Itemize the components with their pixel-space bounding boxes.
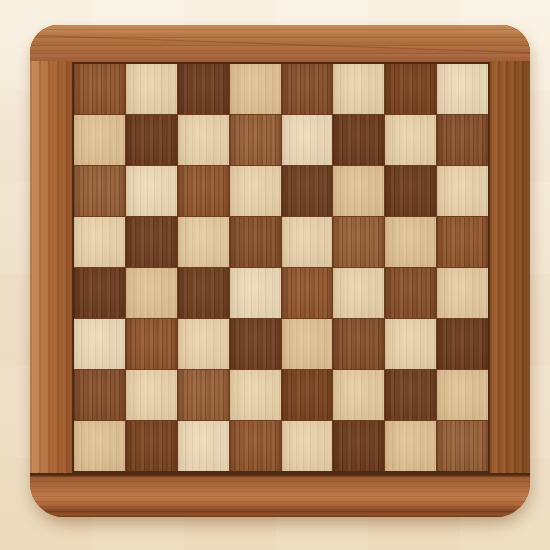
square-a5[interactable] [74, 217, 125, 267]
square-c3[interactable] [178, 319, 229, 369]
square-a6[interactable] [74, 166, 125, 216]
square-b2[interactable] [126, 370, 177, 420]
square-d3[interactable] [230, 319, 281, 369]
square-a3[interactable] [74, 319, 125, 369]
square-g7[interactable] [385, 115, 436, 165]
square-h4[interactable] [437, 268, 488, 318]
square-h5[interactable] [437, 217, 488, 267]
square-b8[interactable] [126, 64, 177, 114]
square-a7[interactable] [74, 115, 125, 165]
board-frame-right [490, 61, 530, 474]
square-d5[interactable] [230, 217, 281, 267]
square-d4[interactable] [230, 268, 281, 318]
square-f3[interactable] [333, 319, 384, 369]
board-frame-left [30, 61, 72, 474]
square-d6[interactable] [230, 166, 281, 216]
square-a8[interactable] [74, 64, 125, 114]
square-a4[interactable] [74, 268, 125, 318]
square-e3[interactable] [282, 319, 333, 369]
square-f7[interactable] [333, 115, 384, 165]
square-f2[interactable] [333, 370, 384, 420]
square-e4[interactable] [282, 268, 333, 318]
square-f8[interactable] [333, 64, 384, 114]
square-a2[interactable] [74, 370, 125, 420]
square-e8[interactable] [282, 64, 333, 114]
square-h8[interactable] [437, 64, 488, 114]
square-g6[interactable] [385, 166, 436, 216]
square-c2[interactable] [178, 370, 229, 420]
square-f4[interactable] [333, 268, 384, 318]
square-h3[interactable] [437, 319, 488, 369]
square-b7[interactable] [126, 115, 177, 165]
square-e5[interactable] [282, 217, 333, 267]
square-g2[interactable] [385, 370, 436, 420]
chess-board [30, 25, 530, 517]
square-e7[interactable] [282, 115, 333, 165]
board-frame-bottom [30, 473, 530, 517]
square-g1[interactable] [385, 421, 436, 471]
square-e2[interactable] [282, 370, 333, 420]
square-c1[interactable] [178, 421, 229, 471]
square-h7[interactable] [437, 115, 488, 165]
square-g4[interactable] [385, 268, 436, 318]
square-b6[interactable] [126, 166, 177, 216]
board-frame-top [30, 25, 530, 62]
playing-area [72, 62, 490, 473]
square-f1[interactable] [333, 421, 384, 471]
square-c8[interactable] [178, 64, 229, 114]
square-b4[interactable] [126, 268, 177, 318]
square-c6[interactable] [178, 166, 229, 216]
square-g5[interactable] [385, 217, 436, 267]
square-d8[interactable] [230, 64, 281, 114]
square-f5[interactable] [333, 217, 384, 267]
square-g8[interactable] [385, 64, 436, 114]
square-e6[interactable] [282, 166, 333, 216]
square-b5[interactable] [126, 217, 177, 267]
square-g3[interactable] [385, 319, 436, 369]
square-b1[interactable] [126, 421, 177, 471]
square-c7[interactable] [178, 115, 229, 165]
square-a1[interactable] [74, 421, 125, 471]
square-h1[interactable] [437, 421, 488, 471]
square-d1[interactable] [230, 421, 281, 471]
square-c4[interactable] [178, 268, 229, 318]
page-background [0, 0, 550, 550]
square-d2[interactable] [230, 370, 281, 420]
square-f6[interactable] [333, 166, 384, 216]
square-b3[interactable] [126, 319, 177, 369]
square-e1[interactable] [282, 421, 333, 471]
square-h6[interactable] [437, 166, 488, 216]
square-c5[interactable] [178, 217, 229, 267]
square-d7[interactable] [230, 115, 281, 165]
square-h2[interactable] [437, 370, 488, 420]
